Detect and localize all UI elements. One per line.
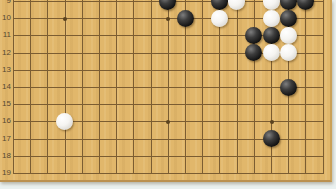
star-point: [166, 120, 170, 124]
grid-vline: [168, 0, 169, 174]
stone-white: [263, 0, 280, 10]
stone-white: [211, 10, 228, 27]
grid-vline: [202, 0, 203, 174]
stone-black: [245, 27, 262, 44]
stone-black: [245, 44, 262, 61]
stone-white: [280, 27, 297, 44]
row-label: 16: [0, 116, 11, 126]
row-label: 9: [0, 0, 11, 6]
stone-black: [159, 0, 176, 10]
go-board[interactable]: 910111213141516171819: [0, 0, 332, 182]
stone-black: [280, 79, 297, 96]
stone-black: [280, 0, 297, 10]
stone-white: [263, 44, 280, 61]
row-label: 14: [0, 82, 11, 92]
star-point: [166, 17, 170, 21]
stone-black: [211, 0, 228, 10]
stone-white: [280, 44, 297, 61]
grid-vline: [65, 0, 66, 174]
stone-black: [263, 27, 280, 44]
grid-vline: [237, 0, 238, 174]
grid-vline: [30, 0, 31, 174]
row-label: 18: [0, 151, 11, 161]
grid-vline: [133, 0, 134, 174]
stone-white: [263, 10, 280, 27]
grid-vline: [82, 0, 83, 174]
grid-vline: [151, 0, 152, 174]
stone-black: [297, 0, 314, 10]
row-label: 11: [0, 30, 11, 40]
row-label: 17: [0, 134, 11, 144]
stone-white: [228, 0, 245, 10]
row-label: 15: [0, 99, 11, 109]
grid-vline: [99, 0, 100, 174]
stone-black: [263, 130, 280, 147]
stone-black: [177, 10, 194, 27]
grid-vline: [305, 0, 306, 174]
row-label: 12: [0, 48, 11, 58]
stone-white: [56, 113, 73, 130]
go-app-screen: 910111213141516171819: [0, 0, 336, 189]
grid-vline: [323, 0, 324, 174]
stone-black: [280, 10, 297, 27]
row-label: 13: [0, 65, 11, 75]
grid-vline: [13, 0, 14, 174]
row-label: 19: [0, 168, 11, 178]
row-label: 10: [0, 13, 11, 23]
star-point: [270, 120, 274, 124]
grid-vline: [116, 0, 117, 174]
star-point: [63, 17, 67, 21]
grid-vline: [47, 0, 48, 174]
